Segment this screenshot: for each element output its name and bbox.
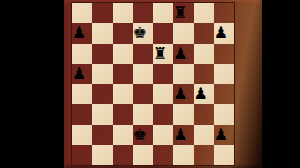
square-b4[interactable] [92, 84, 112, 104]
video-frame: ♜♟♚♟♜♟♟♟♟♚♟♟ ♜♟♛♟♞♟♜♟♟♟♟♝♟♞♟♚ [0, 0, 300, 168]
square-g3[interactable] [194, 104, 214, 124]
photo-black-piece: ♜ [0, 3, 12, 18]
square-d6[interactable] [133, 44, 153, 64]
black-pawn-f4[interactable]: ♟ [173, 84, 187, 103]
square-b1[interactable] [92, 145, 112, 165]
square-b7[interactable] [92, 23, 112, 43]
square-a6[interactable] [72, 44, 92, 64]
black-pawn-h7[interactable]: ♟ [214, 23, 228, 42]
square-d5[interactable] [133, 64, 153, 84]
square-d8[interactable] [133, 3, 153, 23]
square-c2[interactable] [113, 125, 133, 145]
square-e6[interactable]: ♜ [153, 44, 173, 64]
square-h2[interactable]: ♟ [214, 125, 234, 145]
square-a4[interactable] [72, 84, 92, 104]
square-a3[interactable] [72, 104, 92, 124]
square-b2[interactable] [92, 125, 112, 145]
square-a7[interactable]: ♟ [72, 23, 92, 43]
square-d4[interactable] [133, 84, 153, 104]
square-g6[interactable] [194, 44, 214, 64]
white-pawn-a5[interactable]: ♟ [72, 64, 86, 83]
square-h5[interactable] [214, 64, 234, 84]
square-b3[interactable] [92, 104, 112, 124]
photo-black-piece: ♛ [22, 2, 35, 18]
square-c7[interactable] [113, 23, 133, 43]
square-e2[interactable] [153, 125, 173, 145]
square-a1[interactable] [72, 145, 92, 165]
square-d7[interactable]: ♚ [133, 23, 153, 43]
photo-black-piece: ♞ [46, 3, 58, 18]
photo-black-piece: ♟ [12, 4, 23, 18]
square-c1[interactable] [113, 145, 133, 165]
square-g7[interactable] [194, 23, 214, 43]
square-f7[interactable] [173, 23, 193, 43]
white-pawn-f2[interactable]: ♟ [173, 125, 187, 144]
square-h8[interactable] [214, 3, 234, 23]
square-b5[interactable] [92, 64, 112, 84]
square-c8[interactable] [113, 3, 133, 23]
photo-black-piece: ♟ [35, 4, 46, 18]
square-g2[interactable] [194, 125, 214, 145]
square-b8[interactable] [92, 3, 112, 23]
square-g1[interactable] [194, 145, 214, 165]
square-f4[interactable]: ♟ [173, 84, 193, 104]
square-e7[interactable] [153, 23, 173, 43]
square-d3[interactable] [133, 104, 153, 124]
black-pawn-f6[interactable]: ♟ [173, 44, 187, 63]
square-e4[interactable] [153, 84, 173, 104]
square-e3[interactable] [153, 104, 173, 124]
square-f1[interactable] [173, 145, 193, 165]
black-pawn-a7[interactable]: ♟ [72, 23, 86, 42]
square-f6[interactable]: ♟ [173, 44, 193, 64]
square-g4[interactable]: ♟ [194, 84, 214, 104]
square-e8[interactable] [153, 3, 173, 23]
square-h6[interactable] [214, 44, 234, 64]
square-g8[interactable] [194, 3, 214, 23]
square-a8[interactable] [72, 3, 92, 23]
square-f5[interactable] [173, 64, 193, 84]
square-f2[interactable]: ♟ [173, 125, 193, 145]
square-a2[interactable] [72, 125, 92, 145]
square-e1[interactable] [153, 145, 173, 165]
square-h3[interactable] [214, 104, 234, 124]
white-rook-e6[interactable]: ♜ [153, 44, 167, 63]
square-c5[interactable] [113, 64, 133, 84]
white-king-d2[interactable]: ♚ [133, 125, 147, 144]
square-b6[interactable] [92, 44, 112, 64]
square-c4[interactable] [113, 84, 133, 104]
square-f8[interactable]: ♜ [173, 3, 193, 23]
square-h1[interactable] [214, 145, 234, 165]
square-c3[interactable] [113, 104, 133, 124]
square-c6[interactable] [113, 44, 133, 64]
square-f3[interactable] [173, 104, 193, 124]
square-d2[interactable]: ♚ [133, 125, 153, 145]
board: ♜♟♚♟♜♟♟♟♟♚♟♟ [72, 3, 234, 165]
white-pawn-g4[interactable]: ♟ [194, 84, 208, 103]
square-d1[interactable] [133, 145, 153, 165]
square-e5[interactable] [153, 64, 173, 84]
black-king-d7[interactable]: ♚ [133, 23, 147, 42]
square-a5[interactable]: ♟ [72, 64, 92, 84]
square-h4[interactable] [214, 84, 234, 104]
square-h7[interactable]: ♟ [214, 23, 234, 43]
white-pawn-h2[interactable]: ♟ [214, 125, 228, 144]
black-rook-f8[interactable]: ♜ [173, 3, 187, 22]
square-g5[interactable] [194, 64, 214, 84]
